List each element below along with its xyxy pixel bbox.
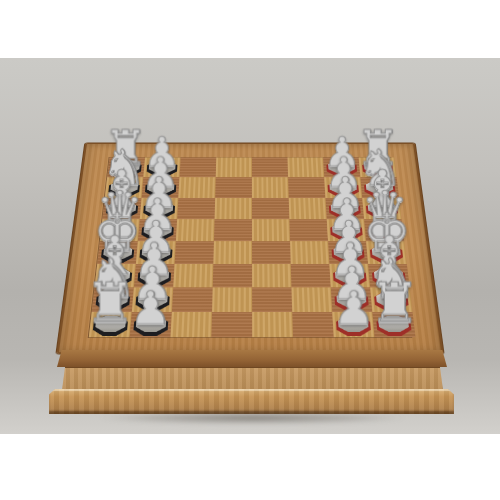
square[interactable] [213,241,252,264]
board-grid: ♜♟♟♜♞♟♟♞♝♟♟♝♛♟♟♛♚♟♟♚♝♟♟♝♞♟♟♞♜♟♟♜ [89,157,411,337]
chess-board: ♜♟♟♜♞♟♟♞♝♟♟♝♛♟♟♛♚♟♟♚♝♟♟♝♞♟♟♞♜♟♟♜ [57,143,444,354]
box-front-wall [62,367,443,390]
box-shadow [60,410,445,426]
photo: ♜♟♟♜♞♟♟♞♝♟♟♝♛♟♟♛♚♟♟♚♝♟♟♝♞♟♟♞♜♟♟♜ [0,0,500,500]
square[interactable] [252,264,291,288]
scene: ♜♟♟♜♞♟♟♞♝♟♟♝♛♟♟♛♚♟♟♚♝♟♟♝♞♟♟♞♜♟♟♜ [0,58,500,434]
square[interactable] [252,241,291,264]
square[interactable] [252,219,290,241]
square[interactable]: ♜ [372,312,415,337]
square[interactable] [252,177,289,198]
square[interactable] [215,198,252,219]
square[interactable] [216,157,252,177]
square[interactable] [252,288,292,312]
square[interactable] [213,264,252,288]
square[interactable]: ♟ [130,312,172,337]
square[interactable] [252,157,288,177]
letterbox-bottom [0,434,500,500]
square[interactable] [211,312,252,337]
square[interactable] [252,198,289,219]
square[interactable] [252,312,293,337]
letterbox-top [0,0,500,58]
box-lid-edge [57,350,447,367]
piece-rook[interactable]: ♜ [357,276,432,332]
square[interactable] [212,288,252,312]
board-frame: ♜♟♟♜♞♟♟♞♝♟♟♝♛♟♟♛♚♟♟♚♝♟♟♝♞♟♟♞♜♟♟♜ [57,143,444,354]
photo-backdrop: ♜♟♟♜♞♟♟♞♝♟♟♝♛♟♟♛♚♟♟♚♝♟♟♝♞♟♟♞♜♟♟♜ [0,58,500,434]
square[interactable] [214,219,252,241]
piece-pawn[interactable]: ♟ [113,285,188,331]
square[interactable] [215,177,252,198]
